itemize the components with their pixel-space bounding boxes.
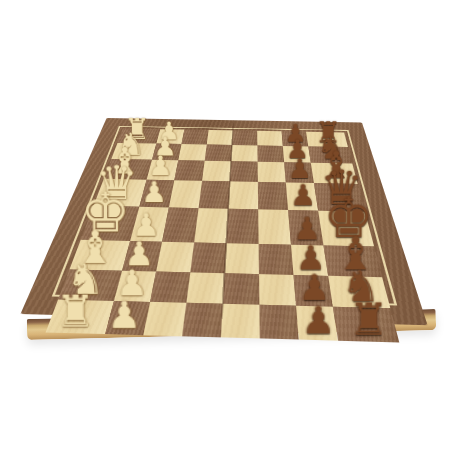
square-e4 [194,208,228,243]
square-f3 [156,242,194,273]
square-h8: ♜ [333,307,399,343]
square-b5 [231,145,258,162]
chess-set-photo: ♜♟♟♜♞♟♟♞♝♟♟♝♛♟♟♛♚♟♟♚♝♟♟♝♞♟♟♞♜♟♟♜ [0,0,450,450]
square-h1: ♜ [46,299,114,334]
square-a3 [181,130,208,145]
square-c3 [174,160,204,181]
square-d7: ♟ [286,183,318,211]
square-f5 [225,243,259,274]
square-e6 [258,209,291,244]
square-b6 [257,145,284,162]
square-b4 [205,145,232,162]
square-g6 [259,274,296,306]
square-h4 [182,303,223,337]
square-e3 [162,207,199,242]
black-pawn-h7: ♟ [302,302,336,340]
square-d6 [258,182,288,210]
square-c5 [230,161,258,182]
square-f4 [190,242,226,273]
square-g4 [186,272,224,303]
square-g3 [150,272,190,303]
square-c6 [258,162,286,183]
square-f6 [259,244,294,275]
square-h5 [221,304,260,339]
square-a4 [207,130,233,145]
square-d3 [169,180,202,208]
white-rook-h1: ♜ [55,289,94,333]
black-rook-h8: ♜ [349,297,389,342]
square-c4 [202,161,231,182]
square-b3 [178,144,207,161]
white-pawn-h2: ♟ [107,297,141,334]
square-d5 [228,181,258,209]
chess-board: ♜♟♟♜♞♟♟♞♝♟♟♝♛♟♟♛♚♟♟♚♝♟♟♝♞♟♟♞♜♟♟♜ [20,118,427,325]
square-h3 [143,302,186,336]
square-a6 [257,131,283,146]
white-pawn-d2: ♟ [141,178,167,207]
square-g5 [223,273,260,305]
black-pawn-d7: ♟ [290,181,316,210]
square-e5 [226,209,258,244]
square-h6 [259,305,299,340]
square-a5 [232,130,257,145]
square-h7: ♟ [296,306,338,341]
square-d4 [198,181,229,209]
